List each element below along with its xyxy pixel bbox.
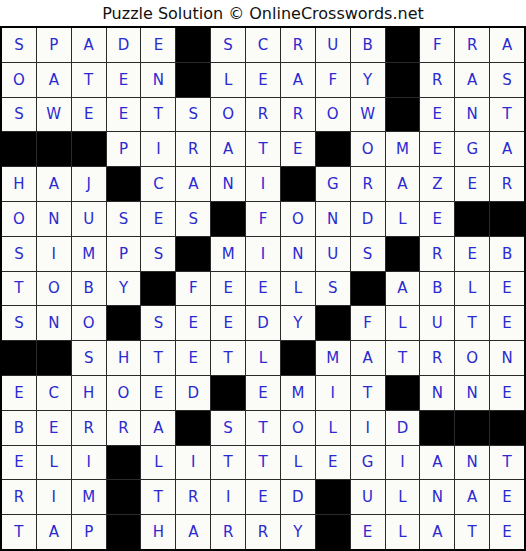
- letter-cell-r7c3: M: [72, 237, 106, 271]
- letter-cell-r2c3: T: [72, 63, 106, 97]
- letter-cell-r8c12: A: [386, 272, 420, 306]
- letter-cell-r15c8: R: [246, 515, 280, 549]
- block-cell-r11c7: [211, 376, 245, 410]
- letter-cell-r15c1: T: [2, 515, 36, 549]
- crossword-solution-page: Puzzle Solution © OnlineCrosswords.net S…: [0, 0, 526, 551]
- letter-cell-r7c9: N: [281, 237, 315, 271]
- block-cell-r10c9: [281, 341, 315, 375]
- block-cell-r2c6: [176, 63, 210, 97]
- letter-cell-r7c8: I: [246, 237, 280, 271]
- letter-cell-r3c7: O: [211, 98, 245, 132]
- letter-cell-r14c7: I: [211, 480, 245, 514]
- block-cell-r11c12: [386, 376, 420, 410]
- letter-cell-r9c2: N: [37, 306, 71, 340]
- letter-cell-r14c14: A: [455, 480, 489, 514]
- letter-cell-r8c9: L: [281, 272, 315, 306]
- letter-cell-r14c9: D: [281, 480, 315, 514]
- letter-cell-r6c11: D: [351, 202, 385, 236]
- letter-cell-r3c2: W: [37, 98, 71, 132]
- letter-cell-r2c5: N: [141, 63, 175, 97]
- letter-cell-r3c4: E: [107, 98, 141, 132]
- letter-cell-r12c12: D: [386, 411, 420, 445]
- letter-cell-r11c5: E: [141, 376, 175, 410]
- letter-cell-r1c7: S: [211, 28, 245, 62]
- letter-cell-r11c6: D: [176, 376, 210, 410]
- letter-cell-r13c15: T: [490, 446, 524, 480]
- letter-cell-r2c15: S: [490, 63, 524, 97]
- letter-cell-r4c8: T: [246, 132, 280, 166]
- letter-cell-r12c1: B: [2, 411, 36, 445]
- letter-cell-r6c2: N: [37, 202, 71, 236]
- letter-cell-r10c10: M: [316, 341, 350, 375]
- letter-cell-r10c11: A: [351, 341, 385, 375]
- letter-cell-r2c2: A: [37, 63, 71, 97]
- letter-cell-r8c14: L: [455, 272, 489, 306]
- letter-cell-r5c3: J: [72, 167, 106, 201]
- letter-cell-r11c3: H: [72, 376, 106, 410]
- letter-cell-r15c2: A: [37, 515, 71, 549]
- block-cell-r6c7: [211, 202, 245, 236]
- letter-cell-r5c8: I: [246, 167, 280, 201]
- letter-cell-r15c13: A: [420, 515, 454, 549]
- letter-cell-r10c13: R: [420, 341, 454, 375]
- letter-cell-r4c13: E: [420, 132, 454, 166]
- letter-cell-r1c5: E: [141, 28, 175, 62]
- block-cell-r2c12: [386, 63, 420, 97]
- letter-cell-r1c13: F: [420, 28, 454, 62]
- letter-cell-r14c1: R: [2, 480, 36, 514]
- letter-cell-r2c8: E: [246, 63, 280, 97]
- letter-cell-r4c7: A: [211, 132, 245, 166]
- letter-cell-r5c11: R: [351, 167, 385, 201]
- letter-cell-r12c3: R: [72, 411, 106, 445]
- block-cell-r1c12: [386, 28, 420, 62]
- letter-cell-r1c11: B: [351, 28, 385, 62]
- letter-cell-r8c6: F: [176, 272, 210, 306]
- letter-cell-r1c10: U: [316, 28, 350, 62]
- letter-cell-r8c8: E: [246, 272, 280, 306]
- letter-cell-r2c11: Y: [351, 63, 385, 97]
- block-cell-r5c9: [281, 167, 315, 201]
- letter-cell-r8c4: Y: [107, 272, 141, 306]
- block-cell-r10c2: [37, 341, 71, 375]
- letter-cell-r9c8: D: [246, 306, 280, 340]
- letter-cell-r2c14: A: [455, 63, 489, 97]
- letter-cell-r10c7: T: [211, 341, 245, 375]
- block-cell-r14c4: [107, 480, 141, 514]
- letter-cell-r10c6: E: [176, 341, 210, 375]
- letter-cell-r7c2: I: [37, 237, 71, 271]
- letter-cell-r12c2: E: [37, 411, 71, 445]
- letter-cell-r15c15: E: [490, 515, 524, 549]
- letter-cell-r12c7: S: [211, 411, 245, 445]
- letter-cell-r1c9: R: [281, 28, 315, 62]
- letter-cell-r3c11: W: [351, 98, 385, 132]
- page-title: Puzzle Solution © OnlineCrosswords.net: [102, 4, 424, 23]
- letter-cell-r15c12: L: [386, 515, 420, 549]
- letter-cell-r11c10: I: [316, 376, 350, 410]
- letter-cell-r14c15: E: [490, 480, 524, 514]
- letter-cell-r4c5: I: [141, 132, 175, 166]
- letter-cell-r12c8: T: [246, 411, 280, 445]
- block-cell-r8c11: [351, 272, 385, 306]
- block-cell-r9c4: [107, 306, 141, 340]
- letter-cell-r1c4: D: [107, 28, 141, 62]
- letter-cell-r12c11: I: [351, 411, 385, 445]
- letter-cell-r3c15: T: [490, 98, 524, 132]
- crossword-grid: SPADESCRUBFRAOATENLEAFYRASSWEETSORROWENT…: [0, 26, 526, 551]
- letter-cell-r13c10: E: [316, 446, 350, 480]
- letter-cell-r4c4: P: [107, 132, 141, 166]
- block-cell-r6c14: [455, 202, 489, 236]
- letter-cell-r15c11: E: [351, 515, 385, 549]
- block-cell-r14c10: [316, 480, 350, 514]
- letter-cell-r6c1: O: [2, 202, 36, 236]
- letter-cell-r14c6: R: [176, 480, 210, 514]
- letter-cell-r10c15: N: [490, 341, 524, 375]
- letter-cell-r4c15: A: [490, 132, 524, 166]
- letter-cell-r14c11: U: [351, 480, 385, 514]
- letter-cell-r15c3: P: [72, 515, 106, 549]
- letter-cell-r3c1: S: [2, 98, 36, 132]
- letter-cell-r1c3: A: [72, 28, 106, 62]
- letter-cell-r6c9: O: [281, 202, 315, 236]
- letter-cell-r5c7: N: [211, 167, 245, 201]
- letter-cell-r4c6: R: [176, 132, 210, 166]
- letter-cell-r11c2: C: [37, 376, 71, 410]
- letter-cell-r2c13: R: [420, 63, 454, 97]
- letter-cell-r14c12: L: [386, 480, 420, 514]
- block-cell-r1c6: [176, 28, 210, 62]
- letter-cell-r1c14: R: [455, 28, 489, 62]
- letter-cell-r11c1: E: [2, 376, 36, 410]
- letter-cell-r14c5: T: [141, 480, 175, 514]
- letter-cell-r7c15: B: [490, 237, 524, 271]
- letter-cell-r13c14: N: [455, 446, 489, 480]
- letter-cell-r3c6: S: [176, 98, 210, 132]
- block-cell-r10c1: [2, 341, 36, 375]
- letter-cell-r8c1: T: [2, 272, 36, 306]
- block-cell-r3c12: [386, 98, 420, 132]
- letter-cell-r2c4: E: [107, 63, 141, 97]
- title-bar: Puzzle Solution © OnlineCrosswords.net: [0, 0, 526, 26]
- letter-cell-r9c1: S: [2, 306, 36, 340]
- letter-cell-r13c12: I: [386, 446, 420, 480]
- letter-cell-r5c5: C: [141, 167, 175, 201]
- letter-cell-r7c1: S: [2, 237, 36, 271]
- letter-cell-r2c9: A: [281, 63, 315, 97]
- letter-cell-r5c14: E: [455, 167, 489, 201]
- letter-cell-r7c14: E: [455, 237, 489, 271]
- letter-cell-r1c8: C: [246, 28, 280, 62]
- letter-cell-r2c7: L: [211, 63, 245, 97]
- letter-cell-r8c10: S: [316, 272, 350, 306]
- letter-cell-r14c2: I: [37, 480, 71, 514]
- letter-cell-r7c5: S: [141, 237, 175, 271]
- block-cell-r12c6: [176, 411, 210, 445]
- letter-cell-r2c1: O: [2, 63, 36, 97]
- letter-cell-r9c6: E: [176, 306, 210, 340]
- letter-cell-r3c8: R: [246, 98, 280, 132]
- letter-cell-r12c4: R: [107, 411, 141, 445]
- letter-cell-r11c15: E: [490, 376, 524, 410]
- letter-cell-r4c12: M: [386, 132, 420, 166]
- letter-cell-r15c14: T: [455, 515, 489, 549]
- letter-cell-r9c3: O: [72, 306, 106, 340]
- letter-cell-r2c10: F: [316, 63, 350, 97]
- letter-cell-r8c13: B: [420, 272, 454, 306]
- block-cell-r6c15: [490, 202, 524, 236]
- letter-cell-r14c3: M: [72, 480, 106, 514]
- block-cell-r5c4: [107, 167, 141, 201]
- letter-cell-r13c2: L: [37, 446, 71, 480]
- letter-cell-r15c6: A: [176, 515, 210, 549]
- letter-cell-r8c15: E: [490, 272, 524, 306]
- block-cell-r4c3: [72, 132, 106, 166]
- letter-cell-r9c5: S: [141, 306, 175, 340]
- letter-cell-r4c11: O: [351, 132, 385, 166]
- letter-cell-r7c4: P: [107, 237, 141, 271]
- block-cell-r15c10: [316, 515, 350, 549]
- letter-cell-r9c11: F: [351, 306, 385, 340]
- block-cell-r12c15: [490, 411, 524, 445]
- letter-cell-r10c8: L: [246, 341, 280, 375]
- letter-cell-r9c12: L: [386, 306, 420, 340]
- letter-cell-r1c2: P: [37, 28, 71, 62]
- letter-cell-r13c13: A: [420, 446, 454, 480]
- letter-cell-r3c10: O: [316, 98, 350, 132]
- block-cell-r4c10: [316, 132, 350, 166]
- letter-cell-r6c6: S: [176, 202, 210, 236]
- block-cell-r12c13: [420, 411, 454, 445]
- letter-cell-r8c7: E: [211, 272, 245, 306]
- letter-cell-r5c10: G: [316, 167, 350, 201]
- letter-cell-r5c2: A: [37, 167, 71, 201]
- letter-cell-r13c1: E: [2, 446, 36, 480]
- letter-cell-r13c3: I: [72, 446, 106, 480]
- letter-cell-r6c10: N: [316, 202, 350, 236]
- letter-cell-r11c8: E: [246, 376, 280, 410]
- letter-cell-r4c14: G: [455, 132, 489, 166]
- letter-cell-r13c8: T: [246, 446, 280, 480]
- block-cell-r8c5: [141, 272, 175, 306]
- letter-cell-r3c5: T: [141, 98, 175, 132]
- letter-cell-r13c9: L: [281, 446, 315, 480]
- letter-cell-r7c11: S: [351, 237, 385, 271]
- letter-cell-r14c13: N: [420, 480, 454, 514]
- letter-cell-r8c3: B: [72, 272, 106, 306]
- letter-cell-r10c3: S: [72, 341, 106, 375]
- letter-cell-r3c14: N: [455, 98, 489, 132]
- letter-cell-r5c12: A: [386, 167, 420, 201]
- letter-cell-r9c13: U: [420, 306, 454, 340]
- letter-cell-r9c15: E: [490, 306, 524, 340]
- letter-cell-r11c4: O: [107, 376, 141, 410]
- letter-cell-r6c8: F: [246, 202, 280, 236]
- letter-cell-r12c10: L: [316, 411, 350, 445]
- letter-cell-r6c12: L: [386, 202, 420, 236]
- letter-cell-r4c9: E: [281, 132, 315, 166]
- letter-cell-r3c9: R: [281, 98, 315, 132]
- letter-cell-r13c7: T: [211, 446, 245, 480]
- letter-cell-r5c13: Z: [420, 167, 454, 201]
- block-cell-r7c6: [176, 237, 210, 271]
- letter-cell-r11c9: M: [281, 376, 315, 410]
- block-cell-r7c12: [386, 237, 420, 271]
- letter-cell-r6c3: U: [72, 202, 106, 236]
- letter-cell-r10c12: T: [386, 341, 420, 375]
- letter-cell-r6c13: E: [420, 202, 454, 236]
- block-cell-r12c14: [455, 411, 489, 445]
- letter-cell-r5c1: H: [2, 167, 36, 201]
- letter-cell-r3c13: E: [420, 98, 454, 132]
- letter-cell-r13c6: I: [176, 446, 210, 480]
- letter-cell-r10c14: O: [455, 341, 489, 375]
- letter-cell-r6c5: E: [141, 202, 175, 236]
- letter-cell-r13c5: L: [141, 446, 175, 480]
- block-cell-r4c2: [37, 132, 71, 166]
- letter-cell-r15c9: Y: [281, 515, 315, 549]
- letter-cell-r9c14: T: [455, 306, 489, 340]
- letter-cell-r9c7: E: [211, 306, 245, 340]
- letter-cell-r11c13: N: [420, 376, 454, 410]
- letter-cell-r9c9: Y: [281, 306, 315, 340]
- letter-cell-r5c15: R: [490, 167, 524, 201]
- block-cell-r9c10: [316, 306, 350, 340]
- letter-cell-r12c5: A: [141, 411, 175, 445]
- letter-cell-r13c11: G: [351, 446, 385, 480]
- letter-cell-r15c5: H: [141, 515, 175, 549]
- block-cell-r13c4: [107, 446, 141, 480]
- block-cell-r15c4: [107, 515, 141, 549]
- letter-cell-r15c7: R: [211, 515, 245, 549]
- letter-cell-r1c15: A: [490, 28, 524, 62]
- letter-cell-r11c14: N: [455, 376, 489, 410]
- letter-cell-r6c4: S: [107, 202, 141, 236]
- letter-cell-r10c4: H: [107, 341, 141, 375]
- letter-cell-r7c10: U: [316, 237, 350, 271]
- letter-cell-r11c11: T: [351, 376, 385, 410]
- letter-cell-r7c13: R: [420, 237, 454, 271]
- letter-cell-r3c3: E: [72, 98, 106, 132]
- letter-cell-r10c5: T: [141, 341, 175, 375]
- letter-cell-r12c9: O: [281, 411, 315, 445]
- block-cell-r4c1: [2, 132, 36, 166]
- letter-cell-r5c6: A: [176, 167, 210, 201]
- letter-cell-r8c2: O: [37, 272, 71, 306]
- letter-cell-r14c8: E: [246, 480, 280, 514]
- letter-cell-r7c7: M: [211, 237, 245, 271]
- letter-cell-r1c1: S: [2, 28, 36, 62]
